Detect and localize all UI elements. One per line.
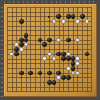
black-stone <box>52 80 57 85</box>
grid-line <box>7 68 92 69</box>
white-stone <box>75 61 80 66</box>
black-stone <box>38 71 43 76</box>
white-stone <box>42 56 47 61</box>
black-stone <box>24 33 29 38</box>
black-stone <box>19 71 24 76</box>
grid-line <box>91 7 92 92</box>
black-stone <box>38 38 43 43</box>
go-board[interactable] <box>4 4 97 97</box>
white-stone <box>47 52 52 57</box>
white-stone <box>19 47 24 52</box>
black-stone <box>71 66 76 71</box>
black-stone <box>66 38 71 43</box>
black-stone <box>14 52 19 57</box>
black-stone <box>47 71 52 76</box>
hoshi-point <box>49 49 51 51</box>
black-stone <box>66 14 71 19</box>
white-stone <box>66 66 71 71</box>
white-stone <box>24 42 29 47</box>
coordinate-labels-top <box>4 1 97 4</box>
grid-line <box>82 7 83 92</box>
black-stone <box>66 75 71 80</box>
hoshi-point <box>49 20 51 22</box>
black-stone <box>80 14 85 19</box>
black-stone <box>85 52 90 57</box>
black-stone <box>71 14 76 19</box>
black-stone <box>66 56 71 61</box>
white-stone <box>52 56 57 61</box>
white-stone <box>75 19 80 24</box>
screenshot <box>0 0 100 100</box>
black-stone <box>47 38 52 43</box>
black-stone <box>28 71 33 76</box>
white-stone <box>85 19 90 24</box>
board-frame <box>0 0 100 100</box>
white-stone <box>75 38 80 43</box>
white-stone <box>61 19 66 24</box>
black-stone <box>42 42 47 47</box>
black-stone <box>56 14 61 19</box>
black-stone <box>19 19 24 24</box>
white-stone <box>56 38 61 43</box>
coordinate-labels-left <box>1 4 4 97</box>
grid-line <box>7 91 92 92</box>
grid-line <box>73 7 74 92</box>
white-stone <box>75 71 80 76</box>
grid-line <box>7 87 92 88</box>
white-stone <box>52 19 57 24</box>
